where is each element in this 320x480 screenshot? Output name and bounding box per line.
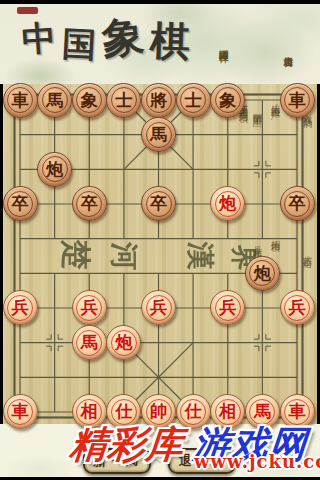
piece-glyph: 仕 [115,403,132,420]
piece-glyph: 卒 [289,195,306,212]
piece-glyph: 將 [150,92,167,109]
title-char: 国 [61,21,97,69]
piece-black-cannon[interactable]: 炮 [37,152,72,187]
piece-glyph: 炮 [115,334,132,351]
piece-glyph: 馬 [81,334,98,351]
piece-glyph: 車 [12,403,29,420]
piece-glyph: 卒 [12,195,29,212]
piece-glyph: 帥 [150,403,167,420]
page-title: 中国象棋 [22,6,196,69]
piece-black-elephant[interactable]: 象 [210,83,245,118]
piece-red-soldier[interactable]: 兵 [3,290,38,325]
piece-glyph: 卒 [81,195,98,212]
board-calligraphy-column: 招为情棋 [271,232,281,236]
piece-black-advisor[interactable]: 士 [106,83,141,118]
piece-glyph: 馬 [150,126,167,143]
piece-glyph: 象 [219,92,236,109]
piece-glyph: 仕 [185,403,202,420]
piece-black-chariot[interactable]: 車 [280,83,315,118]
piece-black-soldier[interactable]: 卒 [280,186,315,221]
title-char: 棋 [149,13,191,69]
piece-red-soldier[interactable]: 兵 [280,290,315,325]
piece-black-general[interactable]: 將 [141,83,176,118]
piece-glyph: 相 [81,403,98,420]
piece-glyph: 卒 [150,195,167,212]
piece-black-advisor[interactable]: 士 [176,83,211,118]
piece-black-horse[interactable]: 馬 [141,117,176,152]
piece-glyph: 車 [12,92,29,109]
piece-glyph: 兵 [219,299,236,316]
top-frame-bar [0,0,320,4]
piece-glyph: 兵 [12,299,29,316]
piece-glyph: 兵 [150,299,167,316]
piece-black-chariot[interactable]: 車 [3,83,38,118]
board-calligraphy-column: 具支化布来 [253,238,263,243]
piece-glyph: 炮 [219,195,236,212]
piece-black-elephant[interactable]: 象 [72,83,107,118]
piece-glyph: 象 [81,92,98,109]
piece-glyph: 兵 [289,299,306,316]
piece-glyph: 車 [289,403,306,420]
xiangqi-app: 中国象棋 楚河漢界 蹈绸模样齿思骑对棋子将调运不成为情棋调阴阳呈里出成为流行极考… [0,0,320,480]
piece-glyph: 馬 [46,92,63,109]
piece-glyph: 炮 [254,265,271,282]
piece-black-soldier[interactable]: 卒 [72,186,107,221]
piece-glyph: 相 [219,403,236,420]
piece-glyph: 炮 [46,161,63,178]
piece-glyph: 士 [115,92,132,109]
piece-black-cannon[interactable]: 炮 [245,256,280,291]
piece-red-horse[interactable]: 馬 [72,325,107,360]
calligraphy-column: 蹈绸模样 [219,42,229,46]
piece-black-soldier[interactable]: 卒 [3,186,38,221]
piece-red-soldier[interactable]: 兵 [72,290,107,325]
piece-glyph: 車 [289,92,306,109]
board-calligraphy-column: 调阴阳呈里出 [253,106,263,112]
piece-glyph: 馬 [254,403,271,420]
watermark-red-part: 精彩库 [68,424,186,465]
title-char: 象 [99,8,147,68]
piece-black-horse[interactable]: 馬 [37,83,72,118]
piece-glyph: 士 [185,92,202,109]
piece-red-chariot[interactable]: 車 [3,394,38,429]
board-calligraphy-column: 术艺培财 [303,248,313,252]
title-char: 中 [20,15,57,63]
piece-glyph: 兵 [81,299,98,316]
calligraphy-column: 齿思骑 [284,48,294,51]
watermark-url: www.jcku.com [194,451,320,472]
